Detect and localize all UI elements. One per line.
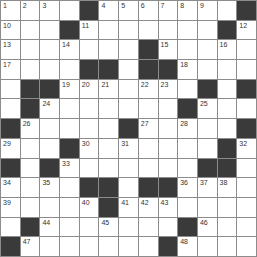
white-cell-r10-c12[interactable] [237,198,256,217]
white-cell-r2-c5[interactable] [99,40,118,59]
white-cell-r9-c0[interactable]: 34 [1,178,20,197]
white-cell-r10-c4[interactable]: 40 [80,198,99,217]
white-cell-r11-c5[interactable]: 45 [99,218,118,237]
white-cell-r10-c3[interactable] [60,198,79,217]
clue-number-19: 19 [62,81,70,88]
white-cell-r3-c11[interactable] [218,60,237,79]
clue-number-18: 18 [180,61,188,68]
white-cell-r12-c7[interactable] [139,237,158,256]
white-cell-r12-c9[interactable]: 48 [178,237,197,256]
clue-number-5: 5 [121,2,125,9]
white-cell-r11-c11[interactable] [218,218,237,237]
clue-number-35: 35 [42,179,50,186]
black-cell-r9-c7 [139,178,158,197]
white-cell-r1-c7[interactable] [139,21,158,40]
clue-number-39: 39 [3,199,11,206]
white-cell-r12-c3[interactable] [60,237,79,256]
white-cell-r4-c7[interactable]: 22 [139,80,158,99]
white-cell-r6-c4[interactable] [80,119,99,138]
black-cell-r1-c11 [218,21,237,40]
clue-number-34: 34 [3,179,11,186]
white-cell-r5-c8[interactable] [159,99,178,118]
black-cell-r1-c3 [60,21,79,40]
white-cell-r1-c9[interactable] [178,21,197,40]
clue-number-4: 4 [101,2,105,9]
black-cell-r5-c1 [21,99,40,118]
white-cell-r6-c11[interactable] [218,119,237,138]
white-cell-r5-c7[interactable] [139,99,158,118]
white-cell-r12-c1[interactable]: 47 [21,237,40,256]
clue-number-38: 38 [220,179,228,186]
white-cell-r12-c12[interactable] [237,237,256,256]
black-cell-r0-c4 [80,1,99,20]
clue-number-23: 23 [161,81,169,88]
white-cell-r6-c1[interactable]: 26 [21,119,40,138]
white-cell-r1-c8[interactable] [159,21,178,40]
white-cell-r12-c5[interactable] [99,237,118,256]
white-cell-r0-c5[interactable]: 4 [99,1,118,20]
white-cell-r8-c9[interactable] [178,159,197,178]
clue-number-6: 6 [141,2,145,9]
clue-number-17: 17 [3,61,11,68]
black-cell-r8-c2 [40,159,59,178]
white-cell-r0-c9[interactable]: 8 [178,1,197,20]
clue-number-3: 3 [42,2,46,9]
white-cell-r3-c0[interactable]: 17 [1,60,20,79]
white-cell-r8-c5[interactable] [99,159,118,178]
clue-number-22: 22 [141,81,149,88]
white-cell-r2-c3[interactable]: 14 [60,40,79,59]
white-cell-r7-c7[interactable] [139,139,158,158]
white-cell-r8-c4[interactable] [80,159,99,178]
white-cell-r10-c10[interactable] [198,198,217,217]
white-cell-r10-c2[interactable] [40,198,59,217]
white-cell-r7-c8[interactable] [159,139,178,158]
clue-number-32: 32 [239,140,247,147]
white-cell-r1-c2[interactable] [40,21,59,40]
white-cell-r3-c3[interactable] [60,60,79,79]
white-cell-r4-c11[interactable] [218,80,237,99]
white-cell-r6-c2[interactable] [40,119,59,138]
black-cell-r11-c1 [21,218,40,237]
white-cell-r0-c11[interactable] [218,1,237,20]
white-cell-r2-c4[interactable] [80,40,99,59]
white-cell-r7-c6[interactable]: 31 [119,139,138,158]
white-cell-r6-c8[interactable] [159,119,178,138]
white-cell-r10-c1[interactable] [21,198,40,217]
white-cell-r1-c12[interactable]: 12 [237,21,256,40]
white-cell-r10-c7[interactable]: 42 [139,198,158,217]
white-cell-r0-c7[interactable]: 6 [139,1,158,20]
white-cell-r9-c12[interactable] [237,178,256,197]
white-cell-r3-c6[interactable] [119,60,138,79]
white-cell-r2-c6[interactable] [119,40,138,59]
white-cell-r10-c11[interactable] [218,198,237,217]
clue-number-27: 27 [141,120,149,127]
black-cell-r4-c10 [198,80,217,99]
clue-number-41: 41 [121,199,129,206]
white-cell-r9-c1[interactable] [21,178,40,197]
white-cell-r7-c0[interactable]: 29 [1,139,20,158]
white-cell-r3-c2[interactable] [40,60,59,79]
clue-number-12: 12 [239,22,247,29]
white-cell-r9-c6[interactable] [119,178,138,197]
black-cell-r5-c9 [178,99,197,118]
white-cell-r1-c6[interactable] [119,21,138,40]
white-cell-r6-c10[interactable] [198,119,217,138]
black-cell-r0-c12 [237,1,256,20]
white-cell-r5-c12[interactable] [237,99,256,118]
white-cell-r10-c9[interactable] [178,198,197,217]
white-cell-r8-c12[interactable] [237,159,256,178]
clue-number-13: 13 [3,41,11,48]
white-cell-r8-c3[interactable]: 33 [60,159,79,178]
clue-number-26: 26 [23,120,31,127]
white-cell-r3-c1[interactable] [21,60,40,79]
clue-number-8: 8 [180,2,184,9]
white-cell-r7-c1[interactable] [21,139,40,158]
clue-number-33: 33 [62,160,70,167]
black-cell-r10-c5 [99,198,118,217]
white-cell-r7-c12[interactable]: 32 [237,139,256,158]
white-cell-r4-c6[interactable] [119,80,138,99]
white-cell-r9-c11[interactable]: 38 [218,178,237,197]
white-cell-r11-c6[interactable] [119,218,138,237]
white-cell-r4-c9[interactable] [178,80,197,99]
black-cell-r6-c12 [237,119,256,138]
white-cell-r3-c10[interactable] [198,60,217,79]
white-cell-r0-c10[interactable]: 9 [198,1,217,20]
white-cell-r4-c0[interactable] [1,80,20,99]
white-cell-r7-c10[interactable] [198,139,217,158]
white-cell-r10-c0[interactable]: 39 [1,198,20,217]
black-cell-r8-c11 [218,159,237,178]
white-cell-r2-c2[interactable] [40,40,59,59]
white-cell-r8-c1[interactable] [21,159,40,178]
black-cell-r6-c6 [119,119,138,138]
white-cell-r9-c2[interactable]: 35 [40,178,59,197]
white-cell-r6-c9[interactable]: 28 [178,119,197,138]
white-cell-r1-c4[interactable]: 11 [80,21,99,40]
white-cell-r11-c7[interactable] [139,218,158,237]
white-cell-r2-c9[interactable] [178,40,197,59]
white-cell-r6-c7[interactable]: 27 [139,119,158,138]
white-cell-r4-c8[interactable]: 23 [159,80,178,99]
clue-number-48: 48 [180,238,188,245]
white-cell-r9-c3[interactable] [60,178,79,197]
white-cell-r6-c5[interactable] [99,119,118,138]
clue-number-30: 30 [82,140,90,147]
black-cell-r7-c3 [60,139,79,158]
white-cell-r9-c10[interactable]: 37 [198,178,217,197]
clue-number-31: 31 [121,140,129,147]
clue-number-1: 1 [3,2,7,9]
white-cell-r1-c1[interactable] [21,21,40,40]
white-cell-r12-c11[interactable] [218,237,237,256]
clue-number-24: 24 [42,100,50,107]
white-cell-r8-c7[interactable] [139,159,158,178]
clue-number-36: 36 [180,179,188,186]
black-cell-r12-c8 [159,237,178,256]
white-cell-r0-c0[interactable]: 1 [1,1,20,20]
white-cell-r8-c8[interactable] [159,159,178,178]
clue-number-10: 10 [3,22,11,29]
clue-number-43: 43 [161,199,169,206]
clue-number-20: 20 [82,81,90,88]
clue-number-9: 9 [200,2,204,9]
white-cell-r5-c4[interactable] [80,99,99,118]
white-cell-r7-c2[interactable] [40,139,59,158]
white-cell-r2-c0[interactable]: 13 [1,40,20,59]
black-cell-r3-c4 [80,60,99,79]
clue-number-14: 14 [62,41,70,48]
white-cell-r11-c12[interactable] [237,218,256,237]
white-cell-r11-c8[interactable] [159,218,178,237]
white-cell-r1-c10[interactable] [198,21,217,40]
white-cell-r5-c3[interactable] [60,99,79,118]
black-cell-r4-c12 [237,80,256,99]
white-cell-r12-c6[interactable] [119,237,138,256]
white-cell-r11-c2[interactable]: 44 [40,218,59,237]
white-cell-r3-c9[interactable]: 18 [178,60,197,79]
white-cell-r2-c1[interactable] [21,40,40,59]
black-cell-r7-c11 [218,139,237,158]
white-cell-r7-c4[interactable]: 30 [80,139,99,158]
clue-number-47: 47 [23,238,31,245]
black-cell-r9-c8 [159,178,178,197]
clue-number-2: 2 [23,2,27,9]
white-cell-r10-c8[interactable]: 43 [159,198,178,217]
white-cell-r5-c0[interactable] [1,99,20,118]
black-cell-r3-c8 [159,60,178,79]
clue-number-16: 16 [220,41,228,48]
black-cell-r2-c7 [139,40,158,59]
white-cell-r8-c6[interactable] [119,159,138,178]
white-cell-r0-c3[interactable] [60,1,79,20]
white-cell-r7-c5[interactable] [99,139,118,158]
white-cell-r0-c8[interactable]: 7 [159,1,178,20]
white-cell-r0-c2[interactable]: 3 [40,1,59,20]
clue-number-15: 15 [161,41,169,48]
white-cell-r11-c10[interactable]: 46 [198,218,217,237]
clue-number-44: 44 [42,219,50,226]
black-cell-r6-c0 [1,119,20,138]
white-cell-r5-c5[interactable] [99,99,118,118]
clue-number-11: 11 [82,22,89,29]
white-cell-r7-c9[interactable] [178,139,197,158]
clue-number-37: 37 [200,179,208,186]
white-cell-r1-c5[interactable] [99,21,118,40]
white-cell-r5-c2[interactable]: 24 [40,99,59,118]
white-cell-r2-c8[interactable]: 15 [159,40,178,59]
white-cell-r10-c6[interactable]: 41 [119,198,138,217]
white-cell-r12-c2[interactable] [40,237,59,256]
white-cell-r4-c5[interactable]: 21 [99,80,118,99]
white-cell-r11-c3[interactable] [60,218,79,237]
white-cell-r0-c6[interactable]: 5 [119,1,138,20]
black-cell-r11-c9 [178,218,197,237]
white-cell-r12-c4[interactable] [80,237,99,256]
white-cell-r9-c9[interactable]: 36 [178,178,197,197]
clue-number-29: 29 [3,140,11,147]
clue-number-46: 46 [200,219,208,226]
crossword-board: 1234567891011121314151617181920212223242… [0,0,257,257]
black-cell-r4-c2 [40,80,59,99]
clue-number-28: 28 [180,120,188,127]
clue-number-7: 7 [161,2,165,9]
white-cell-r4-c4[interactable]: 20 [80,80,99,99]
white-cell-r2-c11[interactable]: 16 [218,40,237,59]
white-cell-r5-c10[interactable]: 25 [198,99,217,118]
clue-number-40: 40 [82,199,90,206]
white-cell-r2-c10[interactable] [198,40,217,59]
white-cell-r6-c3[interactable] [60,119,79,138]
white-cell-r2-c12[interactable] [237,40,256,59]
white-cell-r0-c1[interactable]: 2 [21,1,40,20]
black-cell-r3-c5 [99,60,118,79]
black-cell-r12-c0 [1,237,20,256]
black-cell-r9-c5 [99,178,118,197]
black-cell-r4-c1 [21,80,40,99]
white-cell-r4-c3[interactable]: 19 [60,80,79,99]
white-cell-r3-c12[interactable] [237,60,256,79]
clue-number-45: 45 [101,219,109,226]
white-cell-r11-c0[interactable] [1,218,20,237]
white-cell-r5-c11[interactable] [218,99,237,118]
black-cell-r8-c0 [1,159,20,178]
clue-number-42: 42 [141,199,149,206]
black-cell-r8-c10 [198,159,217,178]
white-cell-r5-c6[interactable] [119,99,138,118]
clue-number-21: 21 [101,81,109,88]
white-cell-r12-c10[interactable] [198,237,217,256]
white-cell-r1-c0[interactable]: 10 [1,21,20,40]
white-cell-r11-c4[interactable] [80,218,99,237]
black-cell-r9-c4 [80,178,99,197]
black-cell-r3-c7 [139,60,158,79]
clue-number-25: 25 [200,100,208,107]
